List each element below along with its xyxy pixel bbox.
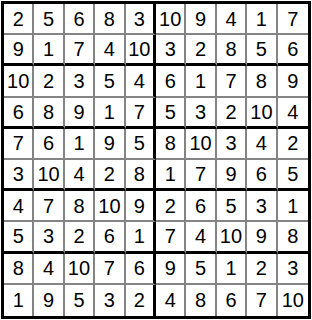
cell-r2c5[interactable]: 10 xyxy=(126,35,156,66)
cell-r6c10[interactable]: 5 xyxy=(278,160,308,191)
cell-r10c10[interactable]: 10 xyxy=(278,285,308,316)
cell-r7c2[interactable]: 7 xyxy=(34,191,64,222)
cell-r8c9[interactable]: 9 xyxy=(247,222,277,253)
cell-r2c3[interactable]: 7 xyxy=(65,35,95,66)
cell-r1c9[interactable]: 1 xyxy=(247,4,277,35)
cell-r6c6[interactable]: 1 xyxy=(156,160,186,191)
cell-r2c9[interactable]: 5 xyxy=(247,35,277,66)
cell-r3c7[interactable]: 1 xyxy=(186,66,216,97)
cell-r6c1[interactable]: 3 xyxy=(4,160,34,191)
cell-r5c8[interactable]: 3 xyxy=(217,129,247,160)
cell-r1c7[interactable]: 9 xyxy=(186,4,216,35)
cell-r3c2[interactable]: 2 xyxy=(34,66,64,97)
cell-r2c6[interactable]: 3 xyxy=(156,35,186,66)
cell-r7c9[interactable]: 3 xyxy=(247,191,277,222)
cell-r5c6[interactable]: 8 xyxy=(156,129,186,160)
cell-r2c8[interactable]: 8 xyxy=(217,35,247,66)
cell-r8c10[interactable]: 8 xyxy=(278,222,308,253)
cell-r3c9[interactable]: 8 xyxy=(247,66,277,97)
cell-r6c7[interactable]: 7 xyxy=(186,160,216,191)
cell-r10c8[interactable]: 6 xyxy=(217,285,247,316)
cell-r2c2[interactable]: 1 xyxy=(34,35,64,66)
cell-r4c5[interactable]: 7 xyxy=(126,98,156,129)
cell-r6c8[interactable]: 9 xyxy=(217,160,247,191)
cell-r9c10[interactable]: 3 xyxy=(278,254,308,285)
cell-r4c7[interactable]: 3 xyxy=(186,98,216,129)
cell-r2c4[interactable]: 4 xyxy=(95,35,125,66)
cell-r9c6[interactable]: 9 xyxy=(156,254,186,285)
cell-r3c6[interactable]: 6 xyxy=(156,66,186,97)
cell-r3c3[interactable]: 3 xyxy=(65,66,95,97)
cell-r4c10[interactable]: 4 xyxy=(278,98,308,129)
cell-r10c5[interactable]: 2 xyxy=(126,285,156,316)
cell-r1c10[interactable]: 7 xyxy=(278,4,308,35)
cell-r7c4[interactable]: 10 xyxy=(95,191,125,222)
cell-r7c3[interactable]: 8 xyxy=(65,191,95,222)
cell-r9c9[interactable]: 2 xyxy=(247,254,277,285)
cell-r4c8[interactable]: 2 xyxy=(217,98,247,129)
cell-r8c3[interactable]: 2 xyxy=(65,222,95,253)
cell-r5c9[interactable]: 4 xyxy=(247,129,277,160)
cell-r10c2[interactable]: 9 xyxy=(34,285,64,316)
cell-r6c9[interactable]: 6 xyxy=(247,160,277,191)
cell-r4c1[interactable]: 6 xyxy=(4,98,34,129)
cell-r3c4[interactable]: 5 xyxy=(95,66,125,97)
cell-r4c2[interactable]: 8 xyxy=(34,98,64,129)
cell-r3c5[interactable]: 4 xyxy=(126,66,156,97)
cell-r9c2[interactable]: 4 xyxy=(34,254,64,285)
cell-r7c5[interactable]: 9 xyxy=(126,191,156,222)
cell-r8c1[interactable]: 5 xyxy=(4,222,34,253)
cell-r6c3[interactable]: 4 xyxy=(65,160,95,191)
cell-r9c4[interactable]: 7 xyxy=(95,254,125,285)
cell-r10c6[interactable]: 4 xyxy=(156,285,186,316)
cell-r8c7[interactable]: 4 xyxy=(186,222,216,253)
cell-r2c1[interactable]: 9 xyxy=(4,35,34,66)
cell-r1c8[interactable]: 4 xyxy=(217,4,247,35)
cell-r1c5[interactable]: 3 xyxy=(126,4,156,35)
cell-r10c9[interactable]: 7 xyxy=(247,285,277,316)
cell-r3c1[interactable]: 10 xyxy=(4,66,34,97)
cell-r9c7[interactable]: 5 xyxy=(186,254,216,285)
cell-r1c2[interactable]: 5 xyxy=(34,4,64,35)
cell-r7c10[interactable]: 1 xyxy=(278,191,308,222)
cell-r9c3[interactable]: 10 xyxy=(65,254,95,285)
cell-r7c7[interactable]: 6 xyxy=(186,191,216,222)
cell-r5c3[interactable]: 1 xyxy=(65,129,95,160)
cell-r4c3[interactable]: 9 xyxy=(65,98,95,129)
cell-r5c7[interactable]: 10 xyxy=(186,129,216,160)
cell-r4c4[interactable]: 1 xyxy=(95,98,125,129)
cell-r7c6[interactable]: 2 xyxy=(156,191,186,222)
cell-r8c8[interactable]: 10 xyxy=(217,222,247,253)
cell-r8c5[interactable]: 1 xyxy=(126,222,156,253)
cell-r10c1[interactable]: 1 xyxy=(4,285,34,316)
cell-r3c8[interactable]: 7 xyxy=(217,66,247,97)
cell-r9c5[interactable]: 6 xyxy=(126,254,156,285)
cell-r1c1[interactable]: 2 xyxy=(4,4,34,35)
cell-r8c6[interactable]: 7 xyxy=(156,222,186,253)
cell-r5c5[interactable]: 5 xyxy=(126,129,156,160)
cell-r6c2[interactable]: 10 xyxy=(34,160,64,191)
cell-r8c2[interactable]: 3 xyxy=(34,222,64,253)
cell-r5c10[interactable]: 2 xyxy=(278,129,308,160)
cell-r5c4[interactable]: 9 xyxy=(95,129,125,160)
cell-r2c10[interactable]: 6 xyxy=(278,35,308,66)
cell-r4c9[interactable]: 10 xyxy=(247,98,277,129)
cell-r3c10[interactable]: 9 xyxy=(278,66,308,97)
cell-r10c3[interactable]: 5 xyxy=(65,285,95,316)
cell-r4c6[interactable]: 5 xyxy=(156,98,186,129)
cell-r7c8[interactable]: 5 xyxy=(217,191,247,222)
cell-r5c2[interactable]: 6 xyxy=(34,129,64,160)
cell-r10c4[interactable]: 3 xyxy=(95,285,125,316)
cell-r9c8[interactable]: 1 xyxy=(217,254,247,285)
cell-r5c1[interactable]: 7 xyxy=(4,129,34,160)
cell-r9c1[interactable]: 8 xyxy=(4,254,34,285)
sudoku-board: 2568310941791741032856102354617896891753… xyxy=(1,1,311,319)
cell-r1c6[interactable]: 10 xyxy=(156,4,186,35)
cell-r8c4[interactable]: 6 xyxy=(95,222,125,253)
cell-r1c4[interactable]: 8 xyxy=(95,4,125,35)
cell-r1c3[interactable]: 6 xyxy=(65,4,95,35)
cell-r2c7[interactable]: 2 xyxy=(186,35,216,66)
cell-r6c4[interactable]: 2 xyxy=(95,160,125,191)
cell-r7c1[interactable]: 4 xyxy=(4,191,34,222)
cell-r6c5[interactable]: 8 xyxy=(126,160,156,191)
cell-r10c7[interactable]: 8 xyxy=(186,285,216,316)
